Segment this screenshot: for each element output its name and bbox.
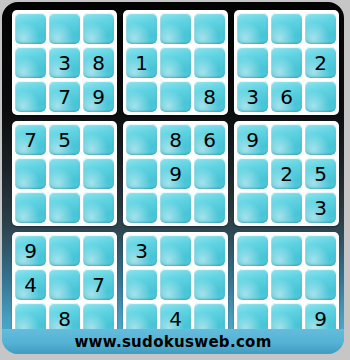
- cell-r2c7[interactable]: [237, 47, 268, 78]
- cell-r1c1[interactable]: [15, 13, 46, 44]
- cell-r4c4[interactable]: [126, 124, 157, 155]
- box-2: 18: [123, 10, 228, 115]
- cell-r2c2[interactable]: 3: [49, 47, 80, 78]
- cell-r5c6[interactable]: [194, 158, 225, 189]
- cell-r7c1[interactable]: 9: [15, 235, 46, 266]
- cell-r3c5[interactable]: [160, 81, 191, 112]
- cell-r7c3[interactable]: [83, 235, 114, 266]
- cell-r2c8[interactable]: [271, 47, 302, 78]
- cell-r4c6[interactable]: 6: [194, 124, 225, 155]
- cell-r8c7[interactable]: [237, 269, 268, 300]
- box-4: 75: [12, 121, 117, 226]
- cell-r4c7[interactable]: 9: [237, 124, 268, 155]
- cell-r5c8[interactable]: 2: [271, 158, 302, 189]
- cell-r5c3[interactable]: [83, 158, 114, 189]
- cell-r7c4[interactable]: 3: [126, 235, 157, 266]
- site-link[interactable]: www.sudokusweb.com: [74, 333, 271, 351]
- box-6: 9253: [234, 121, 339, 226]
- box-1: 3879: [12, 10, 117, 115]
- cell-r8c5[interactable]: [160, 269, 191, 300]
- cell-r8c3[interactable]: 7: [83, 269, 114, 300]
- box-7: 9478: [12, 232, 117, 337]
- cell-r5c2[interactable]: [49, 158, 80, 189]
- cell-r5c5[interactable]: 9: [160, 158, 191, 189]
- cell-r7c2[interactable]: [49, 235, 80, 266]
- cell-r3c8[interactable]: 6: [271, 81, 302, 112]
- cell-r6c6[interactable]: [194, 192, 225, 223]
- cell-r5c4[interactable]: [126, 158, 157, 189]
- cell-r2c6[interactable]: [194, 47, 225, 78]
- cell-r6c8[interactable]: [271, 192, 302, 223]
- cell-r6c4[interactable]: [126, 192, 157, 223]
- cell-r6c7[interactable]: [237, 192, 268, 223]
- cell-r1c2[interactable]: [49, 13, 80, 44]
- cell-r4c2[interactable]: 5: [49, 124, 80, 155]
- cell-r7c8[interactable]: [271, 235, 302, 266]
- cell-r2c9[interactable]: 2: [305, 47, 336, 78]
- cell-r3c1[interactable]: [15, 81, 46, 112]
- cell-r5c1[interactable]: [15, 158, 46, 189]
- cell-r1c9[interactable]: [305, 13, 336, 44]
- box-9: 9: [234, 232, 339, 337]
- footer-bar: www.sudokusweb.com: [2, 329, 344, 354]
- cell-r3c7[interactable]: 3: [237, 81, 268, 112]
- box-3: 236: [234, 10, 339, 115]
- cell-r7c9[interactable]: [305, 235, 336, 266]
- cell-r7c6[interactable]: [194, 235, 225, 266]
- cell-r6c3[interactable]: [83, 192, 114, 223]
- cell-r1c7[interactable]: [237, 13, 268, 44]
- cell-r1c3[interactable]: [83, 13, 114, 44]
- cell-r2c4[interactable]: 1: [126, 47, 157, 78]
- sudoku-board: 3879182367586992539478349: [2, 2, 344, 337]
- cell-r1c4[interactable]: [126, 13, 157, 44]
- cell-r6c5[interactable]: [160, 192, 191, 223]
- cell-r8c8[interactable]: [271, 269, 302, 300]
- cell-r1c6[interactable]: [194, 13, 225, 44]
- cell-r6c1[interactable]: [15, 192, 46, 223]
- cell-r5c9[interactable]: 5: [305, 158, 336, 189]
- cell-r2c1[interactable]: [15, 47, 46, 78]
- cell-r6c2[interactable]: [49, 192, 80, 223]
- cell-r7c7[interactable]: [237, 235, 268, 266]
- cell-r6c9[interactable]: 3: [305, 192, 336, 223]
- cell-r8c2[interactable]: [49, 269, 80, 300]
- sudoku-frame: 3879182367586992539478349 www.sudokusweb…: [0, 0, 346, 356]
- cell-r8c4[interactable]: [126, 269, 157, 300]
- cell-r7c5[interactable]: [160, 235, 191, 266]
- cell-r5c7[interactable]: [237, 158, 268, 189]
- box-5: 869: [123, 121, 228, 226]
- cell-r4c1[interactable]: 7: [15, 124, 46, 155]
- cell-r1c5[interactable]: [160, 13, 191, 44]
- cell-r1c8[interactable]: [271, 13, 302, 44]
- cell-r4c3[interactable]: [83, 124, 114, 155]
- cell-r2c3[interactable]: 8: [83, 47, 114, 78]
- cell-r3c4[interactable]: [126, 81, 157, 112]
- cell-r2c5[interactable]: [160, 47, 191, 78]
- cell-r3c2[interactable]: 7: [49, 81, 80, 112]
- cell-r4c5[interactable]: 8: [160, 124, 191, 155]
- cell-r3c3[interactable]: 9: [83, 81, 114, 112]
- cell-r4c9[interactable]: [305, 124, 336, 155]
- cell-r8c9[interactable]: [305, 269, 336, 300]
- cell-r8c6[interactable]: [194, 269, 225, 300]
- cell-r3c6[interactable]: 8: [194, 81, 225, 112]
- cell-r3c9[interactable]: [305, 81, 336, 112]
- cell-r4c8[interactable]: [271, 124, 302, 155]
- box-8: 34: [123, 232, 228, 337]
- cell-r8c1[interactable]: 4: [15, 269, 46, 300]
